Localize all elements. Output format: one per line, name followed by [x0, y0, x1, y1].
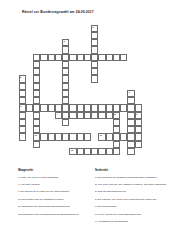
clue-item: 8) Kreuz, das bei der Wahl abgegeben wir…	[95, 213, 167, 216]
clues-across-list: 1) Wahl, die am 24.09.2017 stattfindet4)…	[18, 176, 92, 216]
grid-cell	[48, 54, 55, 61]
grid-cell	[55, 54, 62, 61]
grid-cell	[33, 54, 40, 61]
grid-cell	[91, 104, 98, 111]
grid-cell	[77, 148, 84, 155]
grid-cell	[135, 141, 142, 148]
grid-cell	[106, 112, 113, 119]
grid-cell	[127, 148, 134, 155]
grid-cell	[91, 75, 98, 82]
cell-number: 5	[20, 76, 21, 78]
grid-cell	[91, 46, 98, 53]
grid-cell	[98, 148, 105, 155]
worksheet-page: Rätsel zur Bundestagswahl am 24.09.2017 …	[0, 0, 170, 240]
grid-cell	[33, 126, 40, 133]
clue-item: 1) Dort kommen die gewählten Bundespolit…	[95, 176, 167, 179]
clues-down-section: Senkrecht: 1) Dort kommen die gewählten …	[95, 169, 167, 227]
clue-item: 2) Wer keine Zeit hat, am Wahltag zu wäh…	[95, 183, 167, 186]
grid-cell	[55, 133, 62, 140]
grid-cell	[127, 119, 134, 126]
grid-cell	[135, 126, 142, 133]
grid-cell	[33, 83, 40, 90]
grid-cell	[26, 104, 33, 111]
grid-cell	[84, 148, 91, 155]
cell-number: 10	[35, 134, 37, 136]
grid-cell	[127, 141, 134, 148]
grid-cell	[91, 68, 98, 75]
grid-cell	[19, 83, 26, 90]
grid-cell	[84, 133, 91, 140]
grid-cell	[69, 104, 76, 111]
clue-item: 6) So wird der 24.09.2017 bei der Wahl g…	[18, 190, 92, 193]
page-title: Rätsel zur Bundestagswahl am 24.09.2017	[22, 10, 94, 14]
grid-cell	[33, 112, 40, 119]
grid-cell	[106, 133, 113, 140]
grid-cell	[91, 32, 98, 39]
grid-cell	[77, 133, 84, 140]
grid-cell	[33, 141, 40, 148]
grid-cell	[62, 119, 69, 126]
grid-cell	[62, 54, 69, 61]
grid-cell	[33, 104, 40, 111]
grid-cell	[62, 46, 69, 53]
grid-cell	[77, 112, 84, 119]
cell-number: 6	[20, 105, 21, 107]
clues-across-section: Waagerecht: 1) Wahl, die am 24.09.2017 s…	[18, 169, 92, 220]
grid-cell	[19, 97, 26, 104]
grid-cell	[106, 104, 113, 111]
grid-cell	[77, 104, 84, 111]
grid-cell: 6	[19, 104, 26, 111]
grid-cell	[19, 112, 26, 119]
grid-cell	[127, 112, 134, 119]
grid-cell	[40, 133, 47, 140]
grid-cell	[91, 54, 98, 61]
grid-cell	[55, 104, 62, 111]
clue-item: 1) Wahl, die am 24.09.2017 stattfindet	[18, 176, 92, 179]
grid-cell	[69, 54, 76, 61]
cell-number: 12	[71, 149, 73, 151]
grid-cell	[127, 104, 134, 111]
clue-item: 9) Hauptstadt von Deutschland	[95, 220, 167, 223]
grid-cell	[62, 97, 69, 104]
grid-cell	[77, 54, 84, 61]
grid-cell	[62, 90, 69, 97]
cell-number: 2	[93, 26, 94, 28]
grid-cell	[106, 54, 113, 61]
grid-cell	[33, 61, 40, 68]
cell-number: 3	[64, 40, 65, 42]
grid-cell	[113, 119, 120, 126]
grid-cell	[84, 54, 91, 61]
grid-cell	[84, 104, 91, 111]
grid-cell	[113, 104, 120, 111]
clue-item: 3) Chef der Bundesregierung	[95, 190, 167, 193]
clue-item: 12) Nachname des Herausforderers der Bun…	[18, 213, 92, 216]
grid-cell	[40, 54, 47, 61]
clue-item: 5) Die Parteien, die nicht in der Regier…	[95, 198, 167, 201]
grid-cell	[19, 133, 26, 140]
grid-cell	[135, 119, 142, 126]
grid-cell	[98, 104, 105, 111]
grid-cell	[19, 126, 26, 133]
grid-cell	[91, 112, 98, 119]
cell-number: 8	[114, 113, 115, 115]
clue-item: 4) Hat jeder Mensch	[18, 183, 92, 186]
grid-cell: 7	[127, 90, 134, 97]
grid-cell	[127, 97, 134, 104]
grid-cell: 9	[135, 112, 142, 119]
grid-cell: 3	[62, 39, 69, 46]
grid-cell	[98, 112, 105, 119]
grid-cell	[113, 148, 120, 155]
cell-number: 4	[56, 113, 57, 115]
grid-cell	[120, 54, 127, 61]
grid-cell	[62, 83, 69, 90]
grid-cell	[69, 112, 76, 119]
grid-cell	[62, 112, 69, 119]
grid-cell	[62, 75, 69, 82]
grid-cell	[33, 75, 40, 82]
grid-cell	[62, 68, 69, 75]
grid-cell	[19, 90, 26, 97]
grid-cell	[113, 133, 120, 140]
clues-down-header: Senkrecht:	[95, 169, 167, 172]
grid-cell: 2	[91, 25, 98, 32]
grid-cell	[113, 141, 120, 148]
grid-cell	[135, 104, 142, 111]
grid-cell	[127, 133, 134, 140]
grid-cell	[69, 133, 76, 140]
grid-cell	[19, 119, 26, 126]
grid-cell	[48, 133, 55, 140]
grid-cell	[62, 133, 69, 140]
grid-cell: 8	[113, 112, 120, 119]
crossword-grid: 123456789101112	[19, 25, 159, 157]
grid-cell	[91, 148, 98, 155]
clue-item: 11) Nachname der amtierenden Bundeskanzl…	[18, 205, 92, 208]
grid-cell: 4	[55, 112, 62, 119]
grid-cell	[113, 54, 120, 61]
grid-cell	[98, 54, 105, 61]
grid-cell	[120, 133, 127, 140]
grid-cell	[33, 90, 40, 97]
grid-cell	[33, 119, 40, 126]
grid-cell	[91, 39, 98, 46]
cell-number: 11	[100, 134, 102, 136]
cell-number: 7	[129, 91, 130, 93]
clues-down-list: 1) Dort kommen die gewählten Bundespolit…	[95, 176, 167, 223]
grid-cell	[120, 104, 127, 111]
grid-cell	[113, 126, 120, 133]
clue-item: 7) Dort wird gewählt	[95, 205, 167, 208]
grid-cell	[127, 126, 134, 133]
grid-cell	[33, 68, 40, 75]
grid-cell: 12	[69, 148, 76, 155]
grid-cell: 5	[19, 75, 26, 82]
grid-cell	[91, 61, 98, 68]
grid-cell	[48, 104, 55, 111]
grid-cell	[62, 61, 69, 68]
grid-cell	[40, 104, 47, 111]
grid-cell	[33, 97, 40, 104]
grid-cell	[84, 112, 91, 119]
clue-item: 10) Dort treffen sich die gewählten Poli…	[18, 198, 92, 201]
cell-number: 9	[136, 113, 137, 115]
grid-cell: 10	[33, 133, 40, 140]
grid-cell	[106, 148, 113, 155]
grid-cell	[135, 133, 142, 140]
grid-cell: 11	[98, 133, 105, 140]
grid-cell	[62, 104, 69, 111]
clues-across-header: Waagerecht:	[18, 169, 92, 172]
